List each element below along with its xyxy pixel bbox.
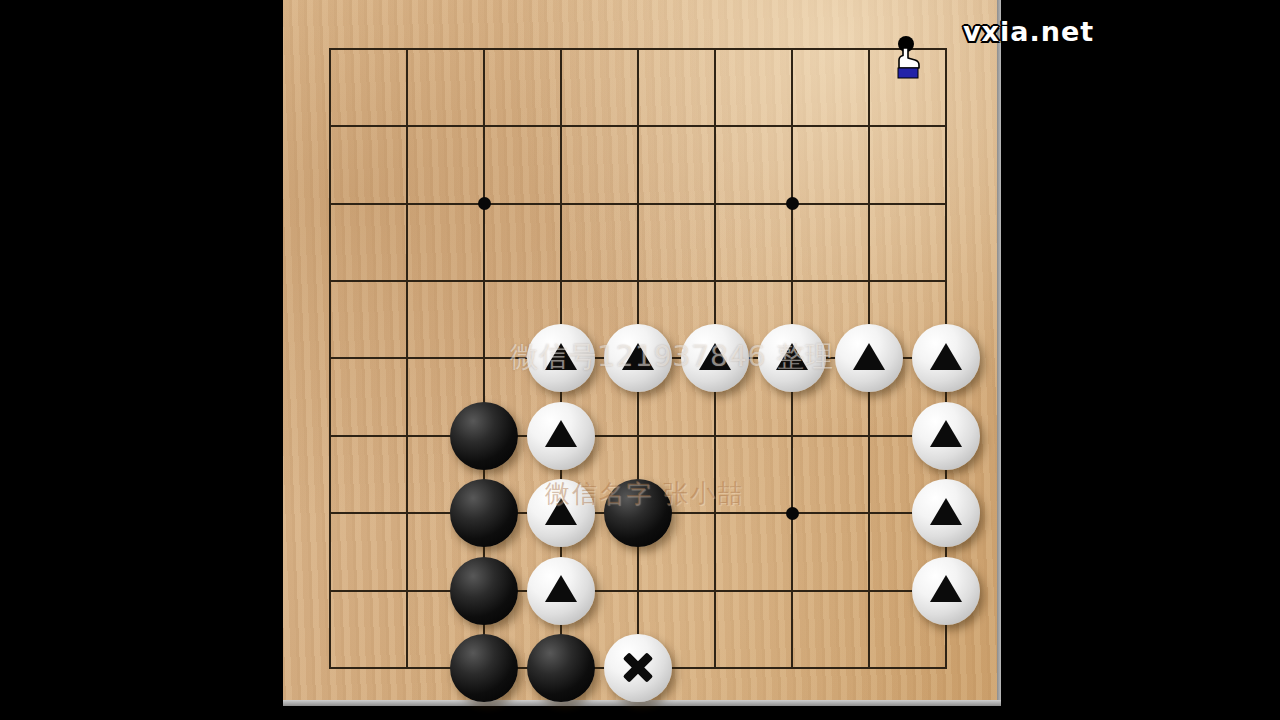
stone-white-c4r7[interactable] xyxy=(523,475,600,552)
stone-white-c4r8[interactable] xyxy=(523,552,600,629)
stone-white-c5r5[interactable] xyxy=(600,320,677,397)
stone xyxy=(450,634,518,702)
stone xyxy=(912,557,980,625)
stone xyxy=(450,402,518,470)
triangle-mark xyxy=(545,575,577,602)
stone-white-c6r5[interactable] xyxy=(677,320,754,397)
triangle-mark xyxy=(545,343,577,370)
stone-white-c7r5[interactable] xyxy=(754,320,831,397)
stone xyxy=(527,557,595,625)
stone-white-c5r9[interactable] xyxy=(600,629,677,706)
hand-cursor xyxy=(890,34,926,82)
stone xyxy=(912,479,980,547)
stone xyxy=(681,324,749,392)
triangle-mark xyxy=(622,343,654,370)
stone xyxy=(450,479,518,547)
stone-black-c3r6[interactable] xyxy=(446,397,523,474)
letterbox-right xyxy=(1001,0,1280,720)
stone-black-c3r7[interactable] xyxy=(446,475,523,552)
stone-white-c4r6[interactable] xyxy=(523,397,600,474)
triangle-mark xyxy=(699,343,731,370)
stone xyxy=(604,634,672,702)
stone xyxy=(527,634,595,702)
triangle-mark xyxy=(545,420,577,447)
stone-black-c3r9[interactable] xyxy=(446,629,523,706)
stone-white-c9r5[interactable] xyxy=(908,320,985,397)
stone-grid[interactable] xyxy=(292,10,985,707)
stone-black-c3r8[interactable] xyxy=(446,552,523,629)
stone xyxy=(604,324,672,392)
stone xyxy=(912,402,980,470)
cursor-cuff xyxy=(898,68,918,78)
letterbox-left xyxy=(0,0,283,720)
triangle-mark xyxy=(930,575,962,602)
stone-white-c9r6[interactable] xyxy=(908,397,985,474)
stone-white-c8r5[interactable] xyxy=(831,320,908,397)
video-frame: 微信号121937846 整理 微信名字 张小喆 vxia.net xyxy=(0,0,1280,720)
stone xyxy=(835,324,903,392)
stone-black-c5r7[interactable] xyxy=(600,475,677,552)
window-right-border xyxy=(997,0,1001,706)
triangle-mark xyxy=(930,420,962,447)
go-board[interactable]: 微信号121937846 整理 微信名字 张小喆 xyxy=(283,0,997,700)
triangle-mark xyxy=(930,343,962,370)
stone-white-c4r5[interactable] xyxy=(523,320,600,397)
triangle-mark xyxy=(776,343,808,370)
x-mark xyxy=(621,651,655,685)
stone-white-c9r8[interactable] xyxy=(908,552,985,629)
stone-white-c9r7[interactable] xyxy=(908,475,985,552)
triangle-mark xyxy=(853,343,885,370)
triangle-mark xyxy=(930,498,962,525)
stone xyxy=(527,402,595,470)
stone xyxy=(604,479,672,547)
stone xyxy=(758,324,826,392)
stone xyxy=(912,324,980,392)
stone-black-c4r9[interactable] xyxy=(523,629,600,706)
stone xyxy=(527,324,595,392)
triangle-mark xyxy=(545,498,577,525)
site-logo: vxia.net xyxy=(963,16,1094,47)
stone xyxy=(450,557,518,625)
stone xyxy=(527,479,595,547)
